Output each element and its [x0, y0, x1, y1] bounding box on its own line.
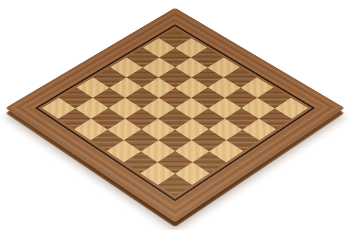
board-playing-field	[42, 28, 308, 196]
board-photo	[0, 0, 350, 230]
chess-board	[5, 8, 344, 223]
